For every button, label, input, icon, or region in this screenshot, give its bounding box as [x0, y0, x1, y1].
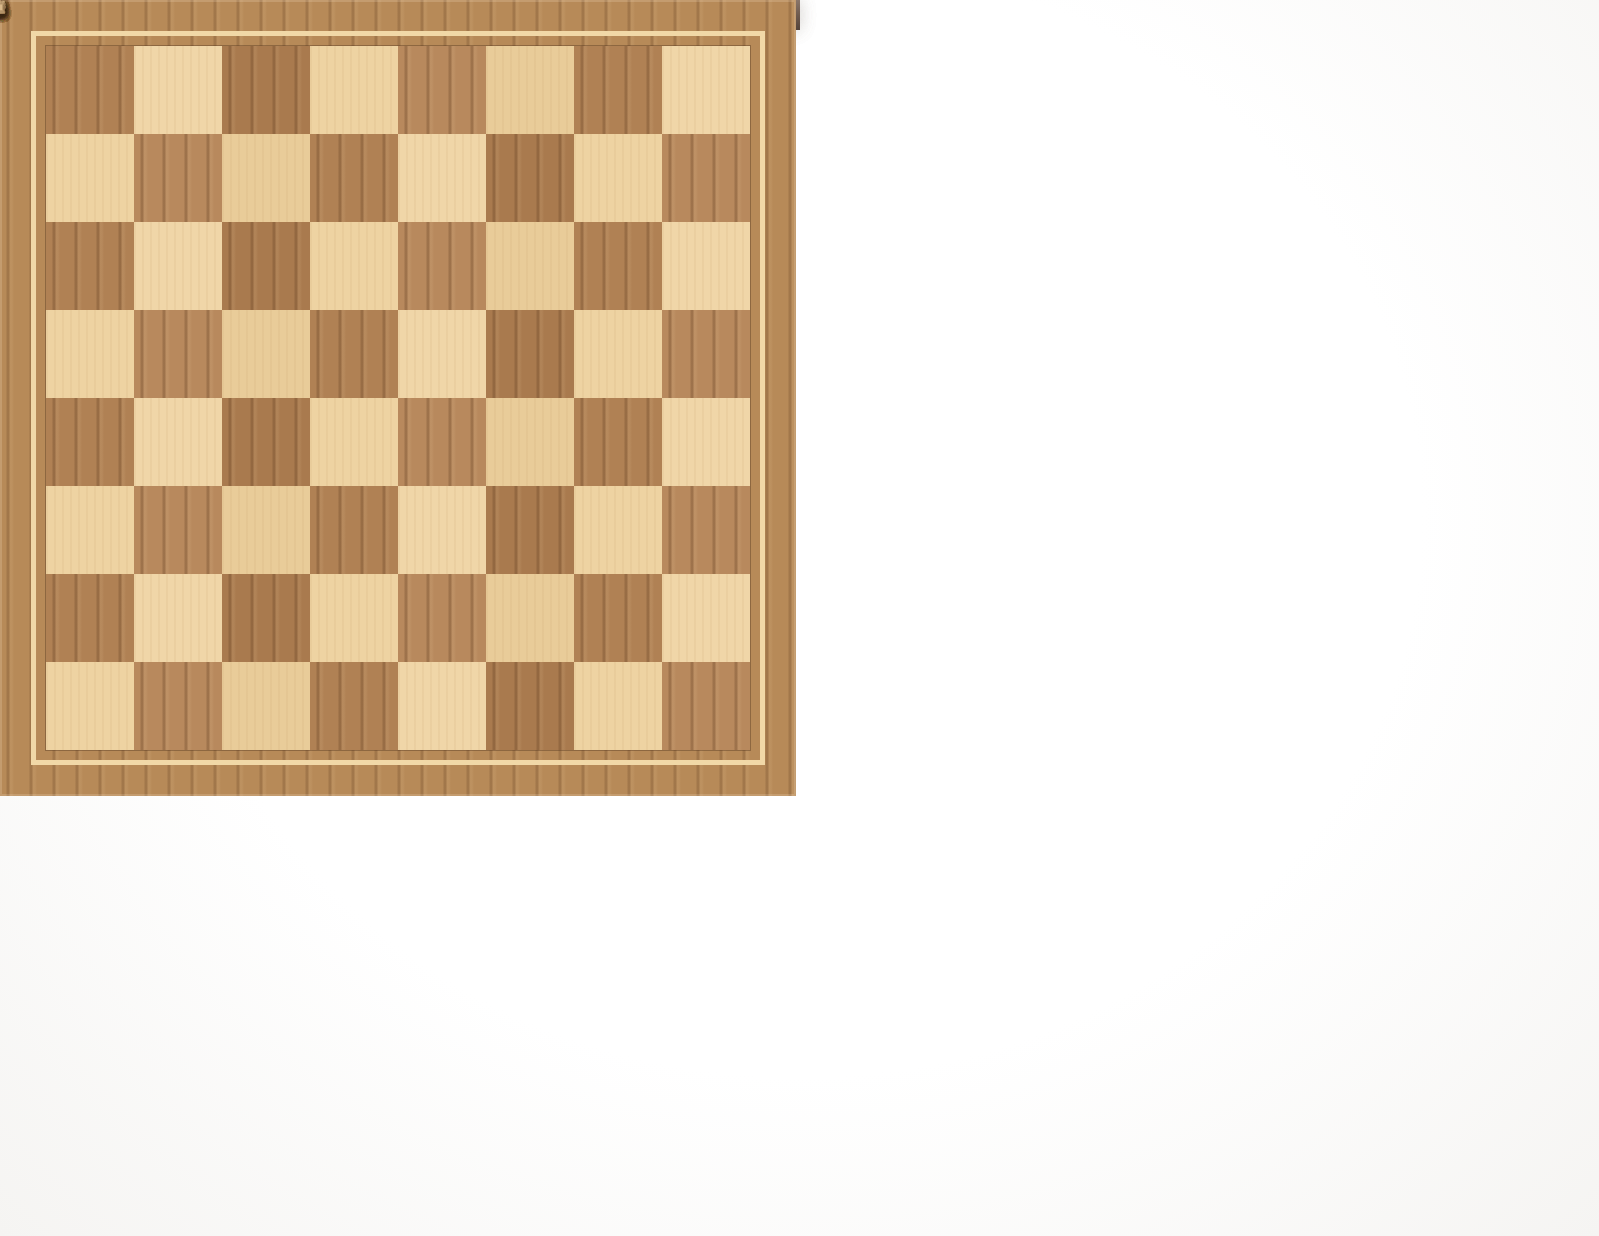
product-photo-scene: ♜♞♝♛♚♝♞♜♟♟♟♟♟♟♟♟♟♟♟♟♟♟♟♟♜♞♝♛♚♞♝♜ [0, 0, 1599, 1236]
pieces-layer: ♜♞♝♛♚♝♞♜♟♟♟♟♟♟♟♟♟♟♟♟♟♟♟♟♜♞♝♛♚♞♝♜ [0, 0, 1599, 1236]
piece-white-rook-h1[interactable]: ♜ [0, 0, 7, 16]
